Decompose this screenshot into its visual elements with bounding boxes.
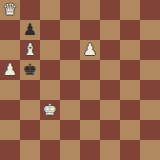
square-g7[interactable]: [120, 20, 140, 40]
square-e6[interactable]: ♟: [80, 40, 100, 60]
square-d2[interactable]: [60, 120, 80, 140]
piece-black-king: ♚: [23, 60, 37, 80]
square-e1[interactable]: [80, 140, 100, 160]
square-d7[interactable]: [60, 20, 80, 40]
square-h2[interactable]: [140, 120, 160, 140]
square-g2[interactable]: [120, 120, 140, 140]
square-c7[interactable]: [40, 20, 60, 40]
square-c5[interactable]: [40, 60, 60, 80]
square-a2[interactable]: [0, 120, 20, 140]
square-f5[interactable]: [100, 60, 120, 80]
square-a7[interactable]: [0, 20, 20, 40]
square-f6[interactable]: [100, 40, 120, 60]
square-b2[interactable]: [20, 120, 40, 140]
square-f2[interactable]: [100, 120, 120, 140]
square-e3[interactable]: [80, 100, 100, 120]
square-h6[interactable]: [140, 40, 160, 60]
square-e5[interactable]: [80, 60, 100, 80]
square-h5[interactable]: [140, 60, 160, 80]
piece-white-pawn: ♟: [3, 60, 17, 80]
piece-white-king: ♚: [43, 100, 57, 120]
square-b4[interactable]: [20, 80, 40, 100]
square-g3[interactable]: [120, 100, 140, 120]
piece-white-pawn: ♟: [83, 40, 97, 60]
square-h4[interactable]: [140, 80, 160, 100]
square-h7[interactable]: [140, 20, 160, 40]
piece-white-bishop: ♝: [23, 40, 37, 60]
square-b1[interactable]: [20, 140, 40, 160]
square-c3[interactable]: ♚: [40, 100, 60, 120]
square-c1[interactable]: [40, 140, 60, 160]
square-b3[interactable]: [20, 100, 40, 120]
square-b8[interactable]: [20, 0, 40, 20]
square-g8[interactable]: [120, 0, 140, 20]
square-a5[interactable]: ♟: [0, 60, 20, 80]
piece-black-pawn: ♟: [23, 20, 37, 40]
square-d1[interactable]: [60, 140, 80, 160]
square-e7[interactable]: [80, 20, 100, 40]
square-b6[interactable]: ♝: [20, 40, 40, 60]
square-f7[interactable]: [100, 20, 120, 40]
piece-white-queen: ♛: [3, 0, 17, 20]
square-h8[interactable]: [140, 0, 160, 20]
square-d8[interactable]: [60, 0, 80, 20]
square-f3[interactable]: [100, 100, 120, 120]
square-d5[interactable]: [60, 60, 80, 80]
square-h1[interactable]: [140, 140, 160, 160]
square-c8[interactable]: [40, 0, 60, 20]
square-c2[interactable]: [40, 120, 60, 140]
square-a4[interactable]: [0, 80, 20, 100]
square-e2[interactable]: [80, 120, 100, 140]
square-b5[interactable]: ♚: [20, 60, 40, 80]
square-h3[interactable]: [140, 100, 160, 120]
square-g4[interactable]: [120, 80, 140, 100]
square-a1[interactable]: [0, 140, 20, 160]
square-f4[interactable]: [100, 80, 120, 100]
square-d3[interactable]: [60, 100, 80, 120]
square-f8[interactable]: [100, 0, 120, 20]
square-a8[interactable]: ♛: [0, 0, 20, 20]
square-g1[interactable]: [120, 140, 140, 160]
square-d6[interactable]: [60, 40, 80, 60]
square-a3[interactable]: [0, 100, 20, 120]
square-c4[interactable]: [40, 80, 60, 100]
square-a6[interactable]: [0, 40, 20, 60]
square-b7[interactable]: ♟: [20, 20, 40, 40]
chess-board: ♛♟♝♟♟♚♚: [0, 0, 160, 160]
square-d4[interactable]: [60, 80, 80, 100]
square-g6[interactable]: [120, 40, 140, 60]
square-e8[interactable]: [80, 0, 100, 20]
square-g5[interactable]: [120, 60, 140, 80]
square-c6[interactable]: [40, 40, 60, 60]
square-e4[interactable]: [80, 80, 100, 100]
square-f1[interactable]: [100, 140, 120, 160]
